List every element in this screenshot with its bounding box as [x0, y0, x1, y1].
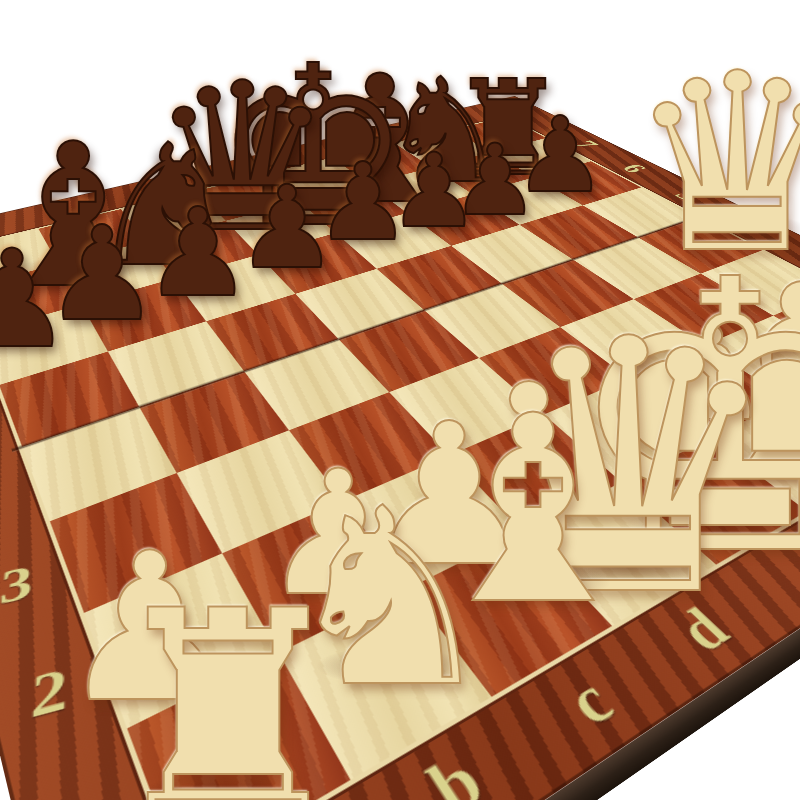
piece-layer: ♝♞♛♚♝♞♜♟♟♟♟♟♟♟♟♛♟♝♟♛♚♟♝♟♞♜ — [0, 0, 800, 800]
piece-white-rook-a1[interactable]: ♜ — [100, 573, 356, 800]
piece-black-pawn-a7[interactable]: ♟ — [0, 232, 73, 367]
chess-set-photo: bcd327654 ♝♞♛♚♝♞♜♟♟♟♟♟♟♟♟♛♟♝♟♛♚♟♝♟♞♜ — [0, 0, 800, 800]
